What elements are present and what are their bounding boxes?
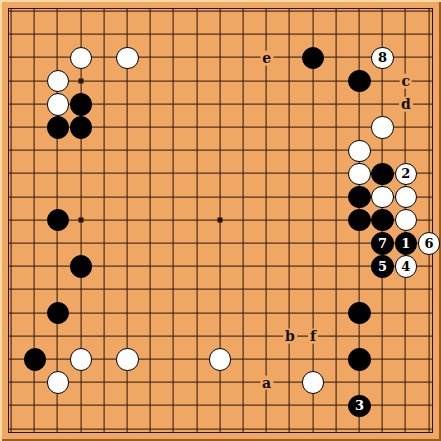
- point-label-b: b: [283, 329, 297, 344]
- intersection-c0-r13: [0, 301, 23, 324]
- intersection-c14-r9: [325, 209, 348, 232]
- intersection-c15-r0: [348, 0, 371, 23]
- intersection-c7-r16: [162, 371, 185, 394]
- intersection-c16-r7: [371, 162, 394, 185]
- star-point: [79, 79, 84, 84]
- intersection-c8-r12: [186, 278, 209, 301]
- intersection-c4-r7: [93, 162, 116, 185]
- white-stone: 4: [395, 255, 417, 277]
- black-stone: [302, 47, 324, 69]
- white-stone: [47, 371, 69, 393]
- board-grid: e8cd271654bfa3: [0, 0, 441, 441]
- intersection-c18-r16: [417, 371, 440, 394]
- intersection-c5-r11: [116, 255, 139, 278]
- intersection-c13-r11: [301, 255, 324, 278]
- intersection-c10-r6: [232, 139, 255, 162]
- intersection-c0-r5: [0, 116, 23, 139]
- intersection-c5-r18: [116, 417, 139, 440]
- intersection-c15-r7: [348, 162, 371, 185]
- intersection-c18-r3: [417, 70, 440, 93]
- intersection-c7-r11: [162, 255, 185, 278]
- intersection-c16-r1: [371, 23, 394, 46]
- intersection-c2-r3: [46, 70, 69, 93]
- intersection-c2-r2: [46, 46, 69, 69]
- intersection-c7-r3: [162, 70, 185, 93]
- intersection-c6-r16: [139, 371, 162, 394]
- intersection-c9-r10: [209, 232, 232, 255]
- intersection-c9-r0: [209, 0, 232, 23]
- intersection-c16-r18: [371, 417, 394, 440]
- intersection-c16-r9: [371, 209, 394, 232]
- intersection-c4-r17: [93, 394, 116, 417]
- intersection-c17-r6: [394, 139, 417, 162]
- intersection-c18-r18: [417, 417, 440, 440]
- intersection-c9-r4: [209, 93, 232, 116]
- black-stone: 1: [395, 232, 417, 254]
- intersection-c9-r11: [209, 255, 232, 278]
- intersection-c3-r5: [70, 116, 93, 139]
- intersection-c6-r2: [139, 46, 162, 69]
- intersection-c14-r6: [325, 139, 348, 162]
- intersection-c12-r0: [278, 0, 301, 23]
- intersection-c15-r8: [348, 186, 371, 209]
- intersection-c10-r5: [232, 116, 255, 139]
- intersection-c4-r13: [93, 301, 116, 324]
- intersection-c6-r18: [139, 417, 162, 440]
- intersection-c11-r12: [255, 278, 278, 301]
- intersection-c18-r14: [417, 325, 440, 348]
- intersection-c7-r1: [162, 23, 185, 46]
- intersection-c5-r13: [116, 301, 139, 324]
- intersection-c0-r0: [0, 0, 23, 23]
- black-stone: [24, 348, 46, 370]
- intersection-c13-r14: f: [301, 325, 324, 348]
- intersection-c13-r0: [301, 0, 324, 23]
- intersection-c9-r13: [209, 301, 232, 324]
- intersection-c5-r10: [116, 232, 139, 255]
- intersection-c14-r4: [325, 93, 348, 116]
- intersection-c18-r9: [417, 209, 440, 232]
- intersection-c13-r6: [301, 139, 324, 162]
- intersection-c7-r9: [162, 209, 185, 232]
- intersection-c13-r13: [301, 301, 324, 324]
- intersection-c5-r12: [116, 278, 139, 301]
- intersection-c11-r6: [255, 139, 278, 162]
- intersection-c15-r9: [348, 209, 371, 232]
- intersection-c15-r16: [348, 371, 371, 394]
- intersection-c1-r0: [23, 0, 46, 23]
- intersection-c14-r2: [325, 46, 348, 69]
- intersection-c7-r5: [162, 116, 185, 139]
- white-stone: [302, 371, 324, 393]
- intersection-c4-r2: [93, 46, 116, 69]
- intersection-c5-r7: [116, 162, 139, 185]
- intersection-c5-r16: [116, 371, 139, 394]
- intersection-c4-r14: [93, 325, 116, 348]
- intersection-c2-r0: [46, 0, 69, 23]
- intersection-c1-r18: [23, 417, 46, 440]
- intersection-c6-r9: [139, 209, 162, 232]
- intersection-c9-r8: [209, 186, 232, 209]
- intersection-c11-r11: [255, 255, 278, 278]
- intersection-c13-r18: [301, 417, 324, 440]
- intersection-c16-r12: [371, 278, 394, 301]
- intersection-c6-r13: [139, 301, 162, 324]
- intersection-c14-r5: [325, 116, 348, 139]
- intersection-c11-r1: [255, 23, 278, 46]
- intersection-c18-r13: [417, 301, 440, 324]
- white-stone: [70, 348, 92, 370]
- intersection-c11-r14: [255, 325, 278, 348]
- intersection-c18-r17: [417, 394, 440, 417]
- white-stone: [371, 186, 393, 208]
- intersection-c9-r3: [209, 70, 232, 93]
- intersection-c11-r3: [255, 70, 278, 93]
- intersection-c8-r3: [186, 70, 209, 93]
- intersection-c9-r9: [209, 209, 232, 232]
- intersection-c11-r0: [255, 0, 278, 23]
- intersection-c8-r8: [186, 186, 209, 209]
- intersection-c10-r10: [232, 232, 255, 255]
- intersection-c16-r10: 7: [371, 232, 394, 255]
- intersection-c10-r2: [232, 46, 255, 69]
- white-stone: [348, 140, 370, 162]
- intersection-c0-r4: [0, 93, 23, 116]
- intersection-c12-r1: [278, 23, 301, 46]
- intersection-c6-r10: [139, 232, 162, 255]
- intersection-c5-r0: [116, 0, 139, 23]
- white-stone: 8: [371, 47, 393, 69]
- intersection-c4-r9: [93, 209, 116, 232]
- point-label-d: d: [399, 97, 413, 112]
- intersection-c10-r11: [232, 255, 255, 278]
- intersection-c2-r16: [46, 371, 69, 394]
- intersection-c2-r1: [46, 23, 69, 46]
- black-stone: [348, 348, 370, 370]
- intersection-c2-r13: [46, 301, 69, 324]
- intersection-c4-r1: [93, 23, 116, 46]
- intersection-c12-r11: [278, 255, 301, 278]
- intersection-c6-r4: [139, 93, 162, 116]
- intersection-c16-r0: [371, 0, 394, 23]
- intersection-c10-r9: [232, 209, 255, 232]
- intersection-c18-r10: 6: [417, 232, 440, 255]
- intersection-c9-r5: [209, 116, 232, 139]
- intersection-c12-r16: [278, 371, 301, 394]
- intersection-c11-r2: e: [255, 46, 278, 69]
- white-stone: 2: [395, 163, 417, 185]
- move-number-3: 3: [355, 399, 364, 412]
- move-number-7: 7: [378, 237, 387, 250]
- intersection-c3-r13: [70, 301, 93, 324]
- intersection-c17-r17: [394, 394, 417, 417]
- intersection-c7-r0: [162, 0, 185, 23]
- intersection-c11-r9: [255, 209, 278, 232]
- intersection-c18-r5: [417, 116, 440, 139]
- intersection-c17-r9: [394, 209, 417, 232]
- intersection-c3-r9: [70, 209, 93, 232]
- intersection-c8-r14: [186, 325, 209, 348]
- intersection-c18-r0: [417, 0, 440, 23]
- intersection-c6-r7: [139, 162, 162, 185]
- intersection-c16-r16: [371, 371, 394, 394]
- intersection-c4-r10: [93, 232, 116, 255]
- intersection-c4-r4: [93, 93, 116, 116]
- intersection-c1-r15: [23, 348, 46, 371]
- intersection-c15-r4: [348, 93, 371, 116]
- intersection-c12-r10: [278, 232, 301, 255]
- intersection-c13-r16: [301, 371, 324, 394]
- intersection-c7-r4: [162, 93, 185, 116]
- intersection-c1-r1: [23, 23, 46, 46]
- intersection-c15-r13: [348, 301, 371, 324]
- intersection-c12-r4: [278, 93, 301, 116]
- intersection-c10-r13: [232, 301, 255, 324]
- intersection-c5-r5: [116, 116, 139, 139]
- white-stone: [116, 47, 138, 69]
- intersection-c15-r12: [348, 278, 371, 301]
- intersection-c2-r11: [46, 255, 69, 278]
- intersection-c16-r17: [371, 394, 394, 417]
- intersection-c7-r18: [162, 417, 185, 440]
- intersection-c15-r5: [348, 116, 371, 139]
- intersection-c6-r0: [139, 0, 162, 23]
- go-board: e8cd271654bfa3: [0, 0, 441, 441]
- move-number-8: 8: [378, 51, 387, 64]
- black-stone: [348, 186, 370, 208]
- intersection-c10-r0: [232, 0, 255, 23]
- intersection-c13-r8: [301, 186, 324, 209]
- intersection-c14-r15: [325, 348, 348, 371]
- intersection-c2-r12: [46, 278, 69, 301]
- intersection-c10-r18: [232, 417, 255, 440]
- intersection-c15-r2: [348, 46, 371, 69]
- black-stone: 7: [371, 232, 393, 254]
- intersection-c0-r11: [0, 255, 23, 278]
- intersection-c16-r5: [371, 116, 394, 139]
- intersection-c7-r8: [162, 186, 185, 209]
- intersection-c3-r17: [70, 394, 93, 417]
- intersection-c4-r0: [93, 0, 116, 23]
- intersection-c3-r0: [70, 0, 93, 23]
- black-stone: [348, 70, 370, 92]
- intersection-c10-r3: [232, 70, 255, 93]
- intersection-c17-r12: [394, 278, 417, 301]
- intersection-c8-r0: [186, 0, 209, 23]
- intersection-c13-r17: [301, 394, 324, 417]
- black-stone: 5: [371, 255, 393, 277]
- white-stone: [47, 70, 69, 92]
- black-stone: [70, 116, 92, 138]
- intersection-c3-r2: [70, 46, 93, 69]
- intersection-c17-r10: 1: [394, 232, 417, 255]
- intersection-c4-r18: [93, 417, 116, 440]
- intersection-c12-r12: [278, 278, 301, 301]
- intersection-c1-r5: [23, 116, 46, 139]
- intersection-c6-r11: [139, 255, 162, 278]
- white-stone: 6: [418, 232, 440, 254]
- intersection-c15-r14: [348, 325, 371, 348]
- intersection-c6-r8: [139, 186, 162, 209]
- intersection-c0-r18: [0, 417, 23, 440]
- intersection-c3-r4: [70, 93, 93, 116]
- intersection-c3-r12: [70, 278, 93, 301]
- intersection-c11-r5: [255, 116, 278, 139]
- intersection-c8-r13: [186, 301, 209, 324]
- intersection-c4-r5: [93, 116, 116, 139]
- intersection-c5-r2: [116, 46, 139, 69]
- intersection-c9-r6: [209, 139, 232, 162]
- intersection-c1-r13: [23, 301, 46, 324]
- intersection-c5-r3: [116, 70, 139, 93]
- intersection-c18-r11: [417, 255, 440, 278]
- intersection-c4-r12: [93, 278, 116, 301]
- intersection-c1-r10: [23, 232, 46, 255]
- intersection-c14-r7: [325, 162, 348, 185]
- intersection-c2-r8: [46, 186, 69, 209]
- intersection-c1-r12: [23, 278, 46, 301]
- star-point: [79, 218, 84, 223]
- intersection-c2-r15: [46, 348, 69, 371]
- intersection-c15-r6: [348, 139, 371, 162]
- intersection-c2-r6: [46, 139, 69, 162]
- intersection-c11-r17: [255, 394, 278, 417]
- intersection-c17-r2: [394, 46, 417, 69]
- intersection-c0-r17: [0, 394, 23, 417]
- intersection-c9-r14: [209, 325, 232, 348]
- intersection-c0-r15: [0, 348, 23, 371]
- intersection-c14-r12: [325, 278, 348, 301]
- intersection-c6-r15: [139, 348, 162, 371]
- intersection-c4-r8: [93, 186, 116, 209]
- intersection-c8-r7: [186, 162, 209, 185]
- intersection-c12-r6: [278, 139, 301, 162]
- intersection-c0-r8: [0, 186, 23, 209]
- intersection-c9-r1: [209, 23, 232, 46]
- intersection-c3-r7: [70, 162, 93, 185]
- intersection-c5-r6: [116, 139, 139, 162]
- intersection-c3-r18: [70, 417, 93, 440]
- intersection-c14-r3: [325, 70, 348, 93]
- intersection-c18-r6: [417, 139, 440, 162]
- intersection-c9-r16: [209, 371, 232, 394]
- intersection-c9-r15: [209, 348, 232, 371]
- intersection-c2-r7: [46, 162, 69, 185]
- point-label-e: e: [260, 51, 273, 66]
- intersection-c1-r17: [23, 394, 46, 417]
- intersection-c7-r10: [162, 232, 185, 255]
- intersection-c17-r8: [394, 186, 417, 209]
- intersection-c9-r18: [209, 417, 232, 440]
- intersection-c2-r5: [46, 116, 69, 139]
- intersection-c3-r3: [70, 70, 93, 93]
- intersection-c9-r2: [209, 46, 232, 69]
- intersection-c4-r11: [93, 255, 116, 278]
- intersection-c5-r4: [116, 93, 139, 116]
- intersection-c7-r15: [162, 348, 185, 371]
- move-number-2: 2: [401, 167, 410, 180]
- white-stone: [116, 348, 138, 370]
- intersection-c8-r5: [186, 116, 209, 139]
- intersection-c12-r5: [278, 116, 301, 139]
- white-stone: [348, 163, 370, 185]
- intersection-c4-r16: [93, 371, 116, 394]
- intersection-c17-r3: c: [394, 70, 417, 93]
- intersection-c12-r14: b: [278, 325, 301, 348]
- intersection-c6-r1: [139, 23, 162, 46]
- intersection-c5-r9: [116, 209, 139, 232]
- intersection-c4-r6: [93, 139, 116, 162]
- intersection-c18-r7: [417, 162, 440, 185]
- intersection-c8-r18: [186, 417, 209, 440]
- intersection-c3-r11: [70, 255, 93, 278]
- white-stone: [371, 116, 393, 138]
- intersection-c9-r7: [209, 162, 232, 185]
- intersection-c15-r1: [348, 23, 371, 46]
- intersection-c16-r2: 8: [371, 46, 394, 69]
- intersection-c12-r2: [278, 46, 301, 69]
- intersection-c14-r14: [325, 325, 348, 348]
- intersection-c10-r7: [232, 162, 255, 185]
- intersection-c8-r1: [186, 23, 209, 46]
- intersection-c8-r6: [186, 139, 209, 162]
- intersection-c3-r15: [70, 348, 93, 371]
- intersection-c6-r14: [139, 325, 162, 348]
- intersection-c16-r15: [371, 348, 394, 371]
- intersection-c7-r14: [162, 325, 185, 348]
- intersection-c0-r7: [0, 162, 23, 185]
- white-stone: [395, 209, 417, 231]
- black-stone: [47, 302, 69, 324]
- intersection-c18-r15: [417, 348, 440, 371]
- intersection-c6-r3: [139, 70, 162, 93]
- intersection-c7-r7: [162, 162, 185, 185]
- intersection-c10-r1: [232, 23, 255, 46]
- intersection-c0-r12: [0, 278, 23, 301]
- intersection-c5-r8: [116, 186, 139, 209]
- intersection-c17-r18: [394, 417, 417, 440]
- black-stone: [371, 163, 393, 185]
- intersection-c14-r1: [325, 23, 348, 46]
- black-stone: [348, 302, 370, 324]
- intersection-c3-r16: [70, 371, 93, 394]
- intersection-c13-r7: [301, 162, 324, 185]
- intersection-c13-r10: [301, 232, 324, 255]
- intersection-c11-r8: [255, 186, 278, 209]
- intersection-c3-r10: [70, 232, 93, 255]
- black-stone: [348, 209, 370, 231]
- black-stone: [371, 209, 393, 231]
- intersection-c1-r11: [23, 255, 46, 278]
- intersection-c8-r9: [186, 209, 209, 232]
- intersection-c15-r15: [348, 348, 371, 371]
- intersection-c9-r17: [209, 394, 232, 417]
- intersection-c10-r17: [232, 394, 255, 417]
- intersection-c10-r12: [232, 278, 255, 301]
- intersection-c0-r3: [0, 70, 23, 93]
- intersection-c10-r14: [232, 325, 255, 348]
- white-stone: [395, 186, 417, 208]
- intersection-c14-r8: [325, 186, 348, 209]
- intersection-c2-r18: [46, 417, 69, 440]
- intersection-c3-r1: [70, 23, 93, 46]
- intersection-c2-r17: [46, 394, 69, 417]
- intersection-c3-r8: [70, 186, 93, 209]
- intersection-c0-r6: [0, 139, 23, 162]
- intersection-c2-r9: [46, 209, 69, 232]
- intersection-c8-r15: [186, 348, 209, 371]
- intersection-c15-r17: 3: [348, 394, 371, 417]
